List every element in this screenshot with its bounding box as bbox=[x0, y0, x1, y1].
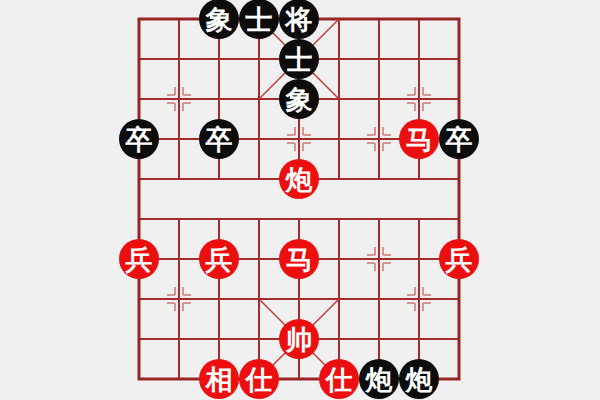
piece-red-elephant[interactable]: 相 bbox=[199, 359, 239, 399]
piece-black-advisor[interactable]: 士 bbox=[279, 39, 319, 79]
piece-black-soldier[interactable]: 卒 bbox=[439, 119, 479, 159]
piece-black-advisor[interactable]: 士 bbox=[239, 0, 279, 39]
piece-grid[interactable]: 象士将士象卒卒马卒炮兵兵马兵帅相仕仕炮炮 bbox=[119, 0, 479, 399]
piece-red-horse[interactable]: 马 bbox=[279, 239, 319, 279]
xiangqi-board[interactable]: 象士将士象卒卒马卒炮兵兵马兵帅相仕仕炮炮 bbox=[0, 0, 600, 400]
piece-red-general[interactable]: 帅 bbox=[279, 319, 319, 359]
piece-red-advisor[interactable]: 仕 bbox=[239, 359, 279, 399]
piece-red-soldier[interactable]: 兵 bbox=[119, 239, 159, 279]
piece-red-soldier[interactable]: 兵 bbox=[199, 239, 239, 279]
piece-black-soldier[interactable]: 卒 bbox=[119, 119, 159, 159]
piece-black-elephant[interactable]: 象 bbox=[279, 79, 319, 119]
piece-black-general[interactable]: 将 bbox=[279, 0, 319, 39]
piece-black-soldier[interactable]: 卒 bbox=[199, 119, 239, 159]
piece-red-horse[interactable]: 马 bbox=[399, 119, 439, 159]
piece-black-cannon[interactable]: 炮 bbox=[399, 359, 439, 399]
piece-black-elephant[interactable]: 象 bbox=[199, 0, 239, 39]
piece-black-cannon[interactable]: 炮 bbox=[359, 359, 399, 399]
piece-red-advisor[interactable]: 仕 bbox=[319, 359, 359, 399]
piece-red-cannon[interactable]: 炮 bbox=[279, 159, 319, 199]
piece-red-soldier[interactable]: 兵 bbox=[439, 239, 479, 279]
